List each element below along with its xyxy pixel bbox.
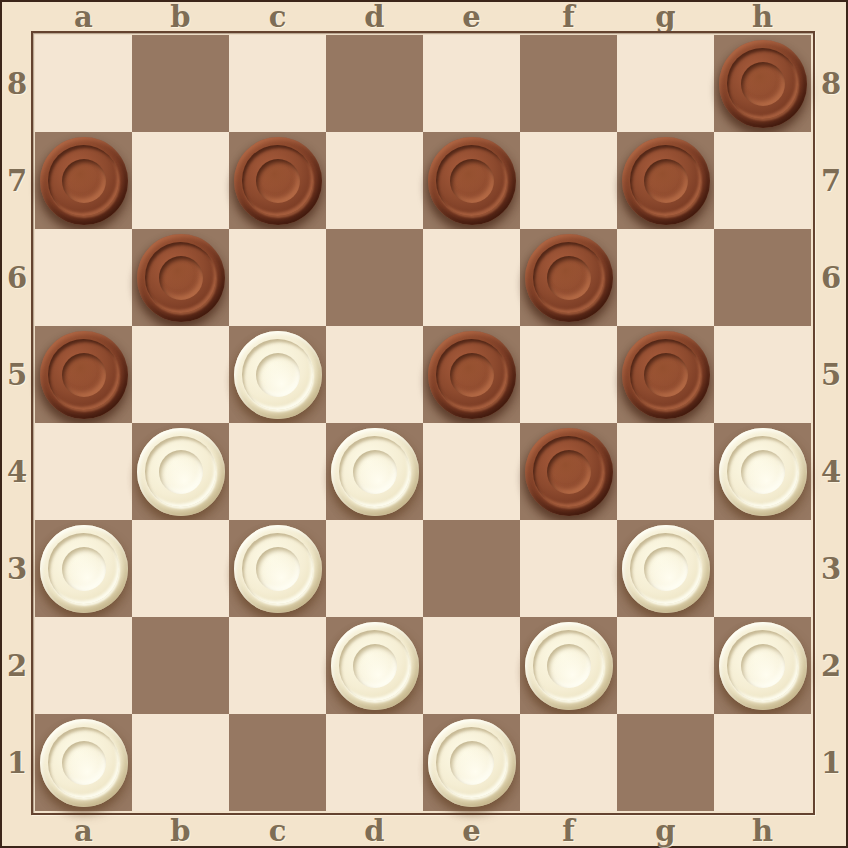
square-d8[interactable] <box>326 35 423 132</box>
piece-ring-inner <box>644 547 688 591</box>
file-label-bottom-b: b <box>132 816 229 846</box>
checker-piece-white-c3[interactable] <box>234 525 322 613</box>
checkers-board <box>35 35 811 811</box>
square-e7[interactable] <box>423 132 520 229</box>
square-f7[interactable] <box>520 132 617 229</box>
square-e2[interactable] <box>423 617 520 714</box>
piece-ring-inner <box>450 741 494 785</box>
square-f3[interactable] <box>520 520 617 617</box>
square-d6[interactable] <box>326 229 423 326</box>
square-a7[interactable] <box>35 132 132 229</box>
checker-piece-dark-e5[interactable] <box>428 331 516 419</box>
square-f6[interactable] <box>520 229 617 326</box>
rank-label-left-2: 2 <box>2 617 32 714</box>
rank-label-left-4: 4 <box>2 423 32 520</box>
rank-label-left-8: 8 <box>2 35 32 132</box>
checker-piece-white-a3[interactable] <box>40 525 128 613</box>
rank-label-right-6: 6 <box>816 229 846 326</box>
square-b5[interactable] <box>132 326 229 423</box>
square-c4[interactable] <box>229 423 326 520</box>
file-label-top-d: d <box>326 2 423 32</box>
rank-label-left-7: 7 <box>2 132 32 229</box>
square-b6[interactable] <box>132 229 229 326</box>
file-label-bottom-g: g <box>617 816 714 846</box>
file-label-bottom-a: a <box>35 816 132 846</box>
rank-label-right-8: 8 <box>816 35 846 132</box>
square-d1[interactable] <box>326 714 423 811</box>
file-labels-top: abcdefgh <box>35 2 811 32</box>
checker-piece-white-f2[interactable] <box>525 622 613 710</box>
piece-ring-inner <box>353 450 397 494</box>
square-h4[interactable] <box>714 423 811 520</box>
checker-piece-white-e1[interactable] <box>428 719 516 807</box>
square-h8[interactable] <box>714 35 811 132</box>
checker-piece-dark-g5[interactable] <box>622 331 710 419</box>
file-label-bottom-d: d <box>326 816 423 846</box>
rank-label-right-4: 4 <box>816 423 846 520</box>
board-frame <box>31 31 815 815</box>
rank-label-right-7: 7 <box>816 132 846 229</box>
square-b7[interactable] <box>132 132 229 229</box>
checker-piece-dark-a7[interactable] <box>40 137 128 225</box>
piece-ring-inner <box>741 644 785 688</box>
checker-piece-dark-c7[interactable] <box>234 137 322 225</box>
file-label-top-a: a <box>35 2 132 32</box>
square-f2[interactable] <box>520 617 617 714</box>
square-b2[interactable] <box>132 617 229 714</box>
rank-label-right-2: 2 <box>816 617 846 714</box>
rank-labels-right: 87654321 <box>816 35 846 811</box>
piece-ring-inner <box>547 644 591 688</box>
file-label-top-f: f <box>520 2 617 32</box>
square-h5[interactable] <box>714 326 811 423</box>
square-g6[interactable] <box>617 229 714 326</box>
file-label-top-h: h <box>714 2 811 32</box>
square-c7[interactable] <box>229 132 326 229</box>
rank-label-left-5: 5 <box>2 326 32 423</box>
square-c3[interactable] <box>229 520 326 617</box>
square-d5[interactable] <box>326 326 423 423</box>
checker-piece-white-d4[interactable] <box>331 428 419 516</box>
checker-piece-white-h2[interactable] <box>719 622 807 710</box>
piece-ring-inner <box>62 353 106 397</box>
piece-ring-inner <box>62 741 106 785</box>
piece-ring-inner <box>159 256 203 300</box>
piece-ring-inner <box>741 450 785 494</box>
square-b4[interactable] <box>132 423 229 520</box>
square-g8[interactable] <box>617 35 714 132</box>
square-b8[interactable] <box>132 35 229 132</box>
square-g3[interactable] <box>617 520 714 617</box>
rank-label-left-6: 6 <box>2 229 32 326</box>
square-a2[interactable] <box>35 617 132 714</box>
file-label-top-e: e <box>423 2 520 32</box>
rank-label-right-5: 5 <box>816 326 846 423</box>
file-labels-bottom: abcdefgh <box>35 816 811 846</box>
square-f1[interactable] <box>520 714 617 811</box>
square-c8[interactable] <box>229 35 326 132</box>
square-c2[interactable] <box>229 617 326 714</box>
checker-piece-dark-g7[interactable] <box>622 137 710 225</box>
piece-ring-inner <box>62 159 106 203</box>
checker-piece-white-h4[interactable] <box>719 428 807 516</box>
checker-piece-white-a1[interactable] <box>40 719 128 807</box>
checker-piece-white-c5[interactable] <box>234 331 322 419</box>
square-a8[interactable] <box>35 35 132 132</box>
square-g4[interactable] <box>617 423 714 520</box>
square-h2[interactable] <box>714 617 811 714</box>
square-f8[interactable] <box>520 35 617 132</box>
file-label-top-b: b <box>132 2 229 32</box>
square-e3[interactable] <box>423 520 520 617</box>
square-c5[interactable] <box>229 326 326 423</box>
checker-piece-dark-h8[interactable] <box>719 40 807 128</box>
file-label-top-g: g <box>617 2 714 32</box>
piece-ring-inner <box>644 159 688 203</box>
piece-ring-inner <box>450 159 494 203</box>
rank-labels-left: 87654321 <box>2 35 32 811</box>
square-g2[interactable] <box>617 617 714 714</box>
square-a3[interactable] <box>35 520 132 617</box>
square-e5[interactable] <box>423 326 520 423</box>
checkers-board-screen: abcdefgh abcdefgh 87654321 87654321 <box>0 0 848 848</box>
rank-label-left-3: 3 <box>2 520 32 617</box>
square-f5[interactable] <box>520 326 617 423</box>
square-b3[interactable] <box>132 520 229 617</box>
piece-ring-inner <box>256 353 300 397</box>
square-h1[interactable] <box>714 714 811 811</box>
file-label-bottom-f: f <box>520 816 617 846</box>
checker-piece-white-b4[interactable] <box>137 428 225 516</box>
file-label-top-c: c <box>229 2 326 32</box>
rank-label-right-1: 1 <box>816 714 846 811</box>
square-g1[interactable] <box>617 714 714 811</box>
piece-ring-inner <box>450 353 494 397</box>
square-d4[interactable] <box>326 423 423 520</box>
piece-ring-inner <box>62 547 106 591</box>
file-label-bottom-e: e <box>423 816 520 846</box>
checker-piece-dark-b6[interactable] <box>137 234 225 322</box>
square-h6[interactable] <box>714 229 811 326</box>
piece-ring-inner <box>159 450 203 494</box>
piece-ring-inner <box>547 450 591 494</box>
square-d3[interactable] <box>326 520 423 617</box>
piece-ring-inner <box>741 62 785 106</box>
piece-ring-inner <box>547 256 591 300</box>
checker-piece-dark-e7[interactable] <box>428 137 516 225</box>
square-e8[interactable] <box>423 35 520 132</box>
piece-ring-inner <box>256 159 300 203</box>
checker-piece-dark-f6[interactable] <box>525 234 613 322</box>
checker-piece-white-g3[interactable] <box>622 525 710 613</box>
checker-piece-dark-f4[interactable] <box>525 428 613 516</box>
square-d2[interactable] <box>326 617 423 714</box>
square-e1[interactable] <box>423 714 520 811</box>
square-h3[interactable] <box>714 520 811 617</box>
square-c6[interactable] <box>229 229 326 326</box>
square-c1[interactable] <box>229 714 326 811</box>
square-g5[interactable] <box>617 326 714 423</box>
square-g7[interactable] <box>617 132 714 229</box>
square-d7[interactable] <box>326 132 423 229</box>
square-a4[interactable] <box>35 423 132 520</box>
piece-ring-inner <box>256 547 300 591</box>
square-a5[interactable] <box>35 326 132 423</box>
rank-label-left-1: 1 <box>2 714 32 811</box>
square-e4[interactable] <box>423 423 520 520</box>
checker-piece-dark-a5[interactable] <box>40 331 128 419</box>
square-h7[interactable] <box>714 132 811 229</box>
square-a1[interactable] <box>35 714 132 811</box>
square-b1[interactable] <box>132 714 229 811</box>
rank-label-right-3: 3 <box>816 520 846 617</box>
piece-ring-inner <box>353 644 397 688</box>
square-f4[interactable] <box>520 423 617 520</box>
square-a6[interactable] <box>35 229 132 326</box>
checker-piece-white-d2[interactable] <box>331 622 419 710</box>
square-e6[interactable] <box>423 229 520 326</box>
file-label-bottom-c: c <box>229 816 326 846</box>
piece-ring-inner <box>644 353 688 397</box>
file-label-bottom-h: h <box>714 816 811 846</box>
